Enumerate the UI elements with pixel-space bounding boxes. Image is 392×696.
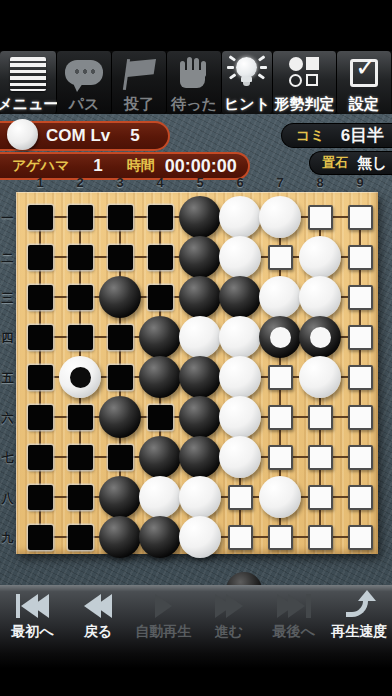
black-stone[interactable] [179, 356, 221, 398]
white-territory-marker[interactable] [348, 365, 373, 390]
white-stone[interactable] [219, 236, 261, 278]
capture-label: アゲハマ [12, 157, 69, 175]
black-territory-marker[interactable] [68, 485, 93, 510]
white-territory-marker[interactable] [268, 405, 293, 430]
white-stone[interactable] [259, 476, 301, 518]
black-territory-marker[interactable] [68, 445, 93, 470]
col-label-1: 1 [30, 175, 50, 190]
komi-bar: コミ 6目半 [281, 123, 392, 148]
white-stone[interactable] [259, 276, 301, 318]
black-stone[interactable] [99, 396, 141, 438]
white-territory-marker[interactable] [268, 245, 293, 270]
row-label-6: 六 [0, 410, 15, 427]
black-stone[interactable] [179, 436, 221, 478]
undo-button-label: 待った [171, 95, 217, 112]
hint-button-label: ヒント [224, 95, 270, 112]
white-stone[interactable] [219, 396, 261, 438]
white-territory-marker[interactable] [308, 445, 333, 470]
go-board[interactable] [16, 192, 378, 554]
white-territory-marker[interactable] [348, 245, 373, 270]
white-territory-marker[interactable] [268, 445, 293, 470]
flag-icon [120, 57, 158, 91]
black-stone[interactable] [179, 396, 221, 438]
col-label-8: 8 [310, 175, 330, 190]
black-territory-marker[interactable] [28, 325, 53, 350]
capture-value: 1 [93, 156, 102, 176]
white-stone[interactable] [219, 356, 261, 398]
player-info-bar: COM Lv 5 [0, 121, 170, 151]
black-stone[interactable] [179, 236, 221, 278]
col-label-3: 3 [110, 175, 130, 190]
white-point-marker [310, 327, 331, 348]
black-territory-marker[interactable] [68, 285, 93, 310]
pass-button: パス [57, 51, 112, 114]
settings-button-label: 設定 [349, 95, 379, 112]
menu-icon [10, 57, 46, 91]
top-toolbar: メニュー パス 投了 待った [0, 51, 392, 114]
undo-button: 待った [167, 51, 222, 114]
black-stone[interactable] [219, 276, 261, 318]
skip-to-end-icon [277, 592, 311, 620]
com-level-label: COM Lv [46, 126, 110, 146]
row-label-9: 九 [0, 530, 15, 547]
black-stone[interactable] [99, 476, 141, 518]
white-point-marker [270, 327, 291, 348]
handicap-label: 置石 [322, 154, 348, 172]
row-label-5: 五 [0, 370, 15, 387]
autoplay-button: 自動再生 [131, 585, 196, 655]
checkbox-icon: ✓ [350, 59, 378, 87]
black-territory-marker[interactable] [28, 205, 53, 230]
playback-speed-icon [346, 592, 372, 620]
col-label-5: 5 [190, 175, 210, 190]
autoplay-label: 自動再生 [135, 623, 191, 641]
black-territory-marker[interactable] [108, 245, 133, 270]
white-stone[interactable] [179, 476, 221, 518]
col-label-7: 7 [270, 175, 290, 190]
row-label-8: 八 [0, 490, 15, 507]
skip-to-end-label: 最後へ [273, 623, 315, 641]
black-territory-marker[interactable] [108, 365, 133, 390]
app-screen: メニュー パス 投了 待った [0, 0, 392, 696]
black-territory-marker[interactable] [28, 525, 53, 550]
black-stone[interactable] [99, 276, 141, 318]
handicap-bar: 置石 無し [309, 151, 392, 175]
playback-speed-button[interactable]: 再生速度 [327, 585, 392, 655]
black-territory-marker[interactable] [148, 245, 173, 270]
rewind-icon [84, 592, 112, 620]
black-territory-marker[interactable] [148, 205, 173, 230]
resign-button-label: 投了 [124, 95, 154, 112]
row-label-2: 二 [0, 250, 15, 267]
white-territory-marker[interactable] [348, 285, 373, 310]
white-stone[interactable] [259, 196, 301, 238]
col-label-9: 9 [350, 175, 370, 190]
black-territory-marker[interactable] [68, 325, 93, 350]
black-territory-marker[interactable] [28, 445, 53, 470]
skip-to-start-label: 最初へ [12, 623, 54, 641]
com-level-value: 5 [130, 126, 139, 146]
white-stone[interactable] [299, 356, 341, 398]
black-territory-marker[interactable] [68, 525, 93, 550]
step-forward-button: 進む [196, 585, 261, 655]
white-territory-marker[interactable] [308, 205, 333, 230]
black-territory-marker[interactable] [68, 205, 93, 230]
replay-toolbar: 最初へ 戻る 自動再生 進む 最後へ 再生 [0, 585, 392, 696]
step-back-button[interactable]: 戻る [65, 585, 130, 655]
col-label-2: 2 [70, 175, 90, 190]
handicap-value: 無し [357, 154, 387, 173]
row-label-4: 四 [0, 330, 15, 347]
skip-to-start-button[interactable]: 最初へ [0, 585, 65, 655]
speech-bubble-icon [65, 60, 103, 85]
menu-button-label: メニュー [0, 95, 59, 112]
shapes-icon [289, 57, 321, 89]
black-stone[interactable] [139, 316, 181, 358]
black-territory-marker[interactable] [108, 445, 133, 470]
dead-black-stone[interactable] [299, 316, 341, 358]
black-territory-marker[interactable] [28, 365, 53, 390]
step-back-label: 戻る [84, 623, 112, 641]
white-territory-marker[interactable] [268, 525, 293, 550]
white-territory-marker[interactable] [228, 525, 253, 550]
black-territory-marker[interactable] [108, 325, 133, 350]
white-territory-marker[interactable] [348, 485, 373, 510]
black-territory-marker[interactable] [28, 405, 53, 430]
pass-button-label: パス [69, 95, 100, 112]
black-point-marker [70, 367, 91, 388]
komi-label: コミ [296, 127, 325, 145]
white-stone[interactable] [299, 236, 341, 278]
col-label-6: 6 [230, 175, 250, 190]
hint-button[interactable]: ヒント [222, 51, 273, 114]
white-territory-marker[interactable] [348, 205, 373, 230]
komi-value: 6目半 [341, 124, 384, 147]
row-label-3: 三 [0, 290, 15, 307]
white-stone[interactable] [219, 196, 261, 238]
black-territory-marker[interactable] [148, 405, 173, 430]
dead-black-stone[interactable] [259, 316, 301, 358]
black-territory-marker[interactable] [28, 285, 53, 310]
black-stone[interactable] [179, 276, 221, 318]
fast-forward-icon [215, 592, 243, 620]
white-territory-marker[interactable] [228, 485, 253, 510]
white-territory-marker[interactable] [348, 405, 373, 430]
col-label-4: 4 [150, 175, 170, 190]
time-value: 00:00:00 [165, 156, 237, 177]
row-label-1: 一 [0, 210, 15, 227]
white-territory-marker[interactable] [348, 325, 373, 350]
row-label-7: 七 [0, 450, 15, 467]
black-territory-marker[interactable] [68, 245, 93, 270]
white-stone[interactable] [219, 316, 261, 358]
white-stone[interactable] [179, 516, 221, 558]
black-territory-marker[interactable] [28, 245, 53, 270]
dead-white-stone[interactable] [59, 356, 101, 398]
white-territory-marker[interactable] [308, 485, 333, 510]
black-stone[interactable] [99, 516, 141, 558]
judge-button[interactable]: 形勢判定 [273, 51, 337, 114]
lightbulb-icon [227, 54, 267, 90]
settings-button[interactable]: ✓ 設定 [337, 51, 391, 114]
time-label: 時間 [127, 157, 155, 175]
black-territory-marker[interactable] [108, 205, 133, 230]
white-territory-marker[interactable] [308, 405, 333, 430]
skip-to-start-icon [16, 592, 50, 620]
black-stone[interactable] [139, 516, 181, 558]
play-icon [155, 592, 172, 620]
resign-button: 投了 [112, 51, 167, 114]
white-stone[interactable] [219, 436, 261, 478]
white-territory-marker[interactable] [268, 365, 293, 390]
white-stone[interactable] [179, 316, 221, 358]
hand-icon [179, 57, 209, 90]
white-territory-marker[interactable] [348, 525, 373, 550]
white-territory-marker[interactable] [308, 525, 333, 550]
judge-button-label: 形勢判定 [275, 95, 335, 112]
menu-button[interactable]: メニュー [0, 51, 57, 114]
black-territory-marker[interactable] [28, 485, 53, 510]
white-territory-marker[interactable] [348, 445, 373, 470]
black-territory-marker[interactable] [68, 405, 93, 430]
white-stone[interactable] [139, 476, 181, 518]
black-stone[interactable] [139, 356, 181, 398]
playback-speed-label: 再生速度 [331, 623, 387, 641]
white-stone-icon [7, 119, 38, 150]
black-territory-marker[interactable] [148, 285, 173, 310]
black-stone[interactable] [139, 436, 181, 478]
step-forward-label: 進む [214, 623, 242, 641]
skip-to-end-button: 最後へ [261, 585, 326, 655]
white-stone[interactable] [299, 276, 341, 318]
black-stone[interactable] [179, 196, 221, 238]
